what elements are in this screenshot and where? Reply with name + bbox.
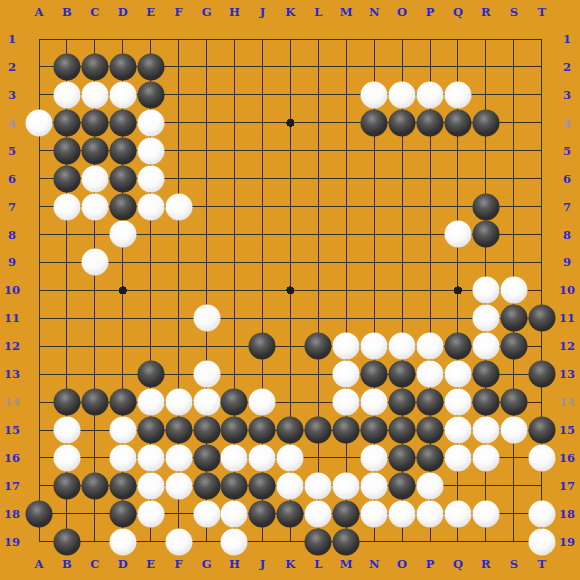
intersection-T15[interactable] [528, 416, 556, 444]
intersection-K5[interactable] [276, 137, 304, 165]
intersection-C17[interactable] [81, 472, 109, 500]
intersection-F15[interactable] [165, 416, 193, 444]
intersection-C4[interactable] [81, 109, 109, 137]
intersection-O10[interactable] [388, 276, 416, 304]
intersection-S1[interactable] [500, 25, 528, 53]
intersection-H16[interactable] [220, 444, 248, 472]
intersection-P1[interactable] [416, 25, 444, 53]
intersection-N7[interactable] [360, 193, 388, 221]
intersection-P16[interactable] [416, 444, 444, 472]
intersection-N16[interactable] [360, 444, 388, 472]
intersection-H14[interactable] [220, 388, 248, 416]
intersection-L5[interactable] [304, 137, 332, 165]
intersection-O19[interactable] [388, 528, 416, 556]
intersection-L13[interactable] [304, 360, 332, 388]
intersection-S5[interactable] [500, 137, 528, 165]
intersection-E3[interactable] [137, 81, 165, 109]
intersection-C6[interactable] [81, 165, 109, 193]
intersection-G14[interactable] [193, 388, 221, 416]
intersection-O3[interactable] [388, 81, 416, 109]
intersection-Q7[interactable] [444, 193, 472, 221]
intersection-J12[interactable] [248, 332, 276, 360]
intersection-J5[interactable] [248, 137, 276, 165]
intersection-L7[interactable] [304, 193, 332, 221]
intersection-T3[interactable] [528, 81, 556, 109]
intersection-D18[interactable] [109, 500, 137, 528]
intersection-A19[interactable] [25, 528, 53, 556]
intersection-J9[interactable] [248, 248, 276, 276]
intersection-N17[interactable] [360, 472, 388, 500]
intersection-A9[interactable] [25, 248, 53, 276]
intersection-N18[interactable] [360, 500, 388, 528]
intersection-P8[interactable] [416, 220, 444, 248]
intersection-R11[interactable] [472, 304, 500, 332]
intersection-Q12[interactable] [444, 332, 472, 360]
intersection-H17[interactable] [220, 472, 248, 500]
intersection-R5[interactable] [472, 137, 500, 165]
intersection-F11[interactable] [165, 304, 193, 332]
intersection-H5[interactable] [220, 137, 248, 165]
intersection-E6[interactable] [137, 165, 165, 193]
intersection-H4[interactable] [220, 109, 248, 137]
intersection-L15[interactable] [304, 416, 332, 444]
intersection-P18[interactable] [416, 500, 444, 528]
intersection-A12[interactable] [25, 332, 53, 360]
intersection-H18[interactable] [220, 500, 248, 528]
intersection-B18[interactable] [53, 500, 81, 528]
intersection-O8[interactable] [388, 220, 416, 248]
intersection-M8[interactable] [332, 220, 360, 248]
intersection-O15[interactable] [388, 416, 416, 444]
intersection-S6[interactable] [500, 165, 528, 193]
intersection-B1[interactable] [53, 25, 81, 53]
intersection-R19[interactable] [472, 528, 500, 556]
intersection-O17[interactable] [388, 472, 416, 500]
intersection-O14[interactable] [388, 388, 416, 416]
intersection-K11[interactable] [276, 304, 304, 332]
intersection-M12[interactable] [332, 332, 360, 360]
intersection-S14[interactable] [500, 388, 528, 416]
intersection-M9[interactable] [332, 248, 360, 276]
intersection-C3[interactable] [81, 81, 109, 109]
intersection-A11[interactable] [25, 304, 53, 332]
intersection-C15[interactable] [81, 416, 109, 444]
intersection-D2[interactable] [109, 53, 137, 81]
intersection-N12[interactable] [360, 332, 388, 360]
intersection-R7[interactable] [472, 193, 500, 221]
intersection-S10[interactable] [500, 276, 528, 304]
intersection-A18[interactable] [25, 500, 53, 528]
intersection-D3[interactable] [109, 81, 137, 109]
intersection-Q3[interactable] [444, 81, 472, 109]
intersection-G4[interactable] [193, 109, 221, 137]
intersection-M5[interactable] [332, 137, 360, 165]
intersection-D6[interactable] [109, 165, 137, 193]
intersection-N1[interactable] [360, 25, 388, 53]
intersection-E14[interactable] [137, 388, 165, 416]
intersection-C8[interactable] [81, 220, 109, 248]
intersection-P3[interactable] [416, 81, 444, 109]
intersection-B2[interactable] [53, 53, 81, 81]
intersection-J10[interactable] [248, 276, 276, 304]
intersection-Q10[interactable] [444, 276, 472, 304]
intersection-H2[interactable] [220, 53, 248, 81]
intersection-T4[interactable] [528, 109, 556, 137]
intersection-N5[interactable] [360, 137, 388, 165]
intersection-F14[interactable] [165, 388, 193, 416]
intersection-G15[interactable] [193, 416, 221, 444]
intersection-D5[interactable] [109, 137, 137, 165]
intersection-F1[interactable] [165, 25, 193, 53]
intersection-B3[interactable] [53, 81, 81, 109]
intersection-T5[interactable] [528, 137, 556, 165]
intersection-N6[interactable] [360, 165, 388, 193]
intersection-M6[interactable] [332, 165, 360, 193]
intersection-E5[interactable] [137, 137, 165, 165]
intersection-L14[interactable] [304, 388, 332, 416]
intersection-B9[interactable] [53, 248, 81, 276]
intersection-R3[interactable] [472, 81, 500, 109]
intersection-O7[interactable] [388, 193, 416, 221]
intersection-J18[interactable] [248, 500, 276, 528]
intersection-Q17[interactable] [444, 472, 472, 500]
intersection-E1[interactable] [137, 25, 165, 53]
intersection-M3[interactable] [332, 81, 360, 109]
intersection-A10[interactable] [25, 276, 53, 304]
intersection-K4[interactable] [276, 109, 304, 137]
intersection-L1[interactable] [304, 25, 332, 53]
intersection-S2[interactable] [500, 53, 528, 81]
intersection-H7[interactable] [220, 193, 248, 221]
intersection-Q18[interactable] [444, 500, 472, 528]
intersection-E18[interactable] [137, 500, 165, 528]
intersection-D12[interactable] [109, 332, 137, 360]
intersection-C14[interactable] [81, 388, 109, 416]
intersection-N9[interactable] [360, 248, 388, 276]
intersection-A13[interactable] [25, 360, 53, 388]
intersection-F8[interactable] [165, 220, 193, 248]
intersection-E2[interactable] [137, 53, 165, 81]
intersection-J17[interactable] [248, 472, 276, 500]
intersection-F2[interactable] [165, 53, 193, 81]
intersection-G13[interactable] [193, 360, 221, 388]
intersection-P5[interactable] [416, 137, 444, 165]
intersection-A8[interactable] [25, 220, 53, 248]
intersection-T7[interactable] [528, 193, 556, 221]
intersection-C10[interactable] [81, 276, 109, 304]
intersection-P9[interactable] [416, 248, 444, 276]
intersection-F10[interactable] [165, 276, 193, 304]
intersection-D10[interactable] [109, 276, 137, 304]
intersection-T8[interactable] [528, 220, 556, 248]
intersection-K7[interactable] [276, 193, 304, 221]
intersection-C12[interactable] [81, 332, 109, 360]
intersection-R9[interactable] [472, 248, 500, 276]
intersection-C9[interactable] [81, 248, 109, 276]
intersection-L6[interactable] [304, 165, 332, 193]
intersection-G17[interactable] [193, 472, 221, 500]
intersection-F5[interactable] [165, 137, 193, 165]
intersection-S11[interactable] [500, 304, 528, 332]
intersection-T10[interactable] [528, 276, 556, 304]
intersection-A4[interactable] [25, 109, 53, 137]
intersection-P7[interactable] [416, 193, 444, 221]
intersection-R10[interactable] [472, 276, 500, 304]
intersection-J8[interactable] [248, 220, 276, 248]
intersection-P14[interactable] [416, 388, 444, 416]
intersection-A2[interactable] [25, 53, 53, 81]
intersection-E16[interactable] [137, 444, 165, 472]
intersection-R14[interactable] [472, 388, 500, 416]
intersection-E19[interactable] [137, 528, 165, 556]
intersection-C2[interactable] [81, 53, 109, 81]
intersection-G7[interactable] [193, 193, 221, 221]
intersection-A16[interactable] [25, 444, 53, 472]
intersection-H8[interactable] [220, 220, 248, 248]
intersection-K1[interactable] [276, 25, 304, 53]
intersection-E4[interactable] [137, 109, 165, 137]
intersection-J7[interactable] [248, 193, 276, 221]
intersection-B17[interactable] [53, 472, 81, 500]
intersection-B4[interactable] [53, 109, 81, 137]
intersection-M7[interactable] [332, 193, 360, 221]
intersection-R15[interactable] [472, 416, 500, 444]
intersection-K2[interactable] [276, 53, 304, 81]
intersection-K18[interactable] [276, 500, 304, 528]
intersection-R2[interactable] [472, 53, 500, 81]
intersection-O12[interactable] [388, 332, 416, 360]
intersection-T1[interactable] [528, 25, 556, 53]
intersection-L16[interactable] [304, 444, 332, 472]
intersection-J1[interactable] [248, 25, 276, 53]
intersection-G9[interactable] [193, 248, 221, 276]
intersection-H15[interactable] [220, 416, 248, 444]
intersection-O6[interactable] [388, 165, 416, 193]
intersection-S12[interactable] [500, 332, 528, 360]
intersection-N3[interactable] [360, 81, 388, 109]
intersection-N14[interactable] [360, 388, 388, 416]
intersection-Q11[interactable] [444, 304, 472, 332]
intersection-J15[interactable] [248, 416, 276, 444]
intersection-P12[interactable] [416, 332, 444, 360]
intersection-Q4[interactable] [444, 109, 472, 137]
intersection-F6[interactable] [165, 165, 193, 193]
intersection-L12[interactable] [304, 332, 332, 360]
intersection-K8[interactable] [276, 220, 304, 248]
intersection-T2[interactable] [528, 53, 556, 81]
intersection-F9[interactable] [165, 248, 193, 276]
intersection-K14[interactable] [276, 388, 304, 416]
intersection-S17[interactable] [500, 472, 528, 500]
intersection-P2[interactable] [416, 53, 444, 81]
intersection-C13[interactable] [81, 360, 109, 388]
intersection-R4[interactable] [472, 109, 500, 137]
intersection-H11[interactable] [220, 304, 248, 332]
intersection-G2[interactable] [193, 53, 221, 81]
intersection-J2[interactable] [248, 53, 276, 81]
intersection-A3[interactable] [25, 81, 53, 109]
intersection-P19[interactable] [416, 528, 444, 556]
intersection-D19[interactable] [109, 528, 137, 556]
intersection-B15[interactable] [53, 416, 81, 444]
intersection-K6[interactable] [276, 165, 304, 193]
intersection-A15[interactable] [25, 416, 53, 444]
intersection-S8[interactable] [500, 220, 528, 248]
intersection-M10[interactable] [332, 276, 360, 304]
intersection-M18[interactable] [332, 500, 360, 528]
intersection-H13[interactable] [220, 360, 248, 388]
intersection-G1[interactable] [193, 25, 221, 53]
intersection-K3[interactable] [276, 81, 304, 109]
intersection-P15[interactable] [416, 416, 444, 444]
intersection-F16[interactable] [165, 444, 193, 472]
intersection-J6[interactable] [248, 165, 276, 193]
intersection-F19[interactable] [165, 528, 193, 556]
intersection-Q6[interactable] [444, 165, 472, 193]
intersection-O2[interactable] [388, 53, 416, 81]
intersection-M13[interactable] [332, 360, 360, 388]
intersection-H12[interactable] [220, 332, 248, 360]
intersection-N10[interactable] [360, 276, 388, 304]
intersection-P13[interactable] [416, 360, 444, 388]
intersection-M1[interactable] [332, 25, 360, 53]
intersection-G11[interactable] [193, 304, 221, 332]
intersection-J11[interactable] [248, 304, 276, 332]
intersection-M14[interactable] [332, 388, 360, 416]
intersection-J19[interactable] [248, 528, 276, 556]
intersection-H10[interactable] [220, 276, 248, 304]
intersection-P17[interactable] [416, 472, 444, 500]
intersection-L19[interactable] [304, 528, 332, 556]
intersection-B19[interactable] [53, 528, 81, 556]
intersection-L11[interactable] [304, 304, 332, 332]
intersection-L8[interactable] [304, 220, 332, 248]
intersection-G10[interactable] [193, 276, 221, 304]
intersection-N4[interactable] [360, 109, 388, 137]
intersection-M19[interactable] [332, 528, 360, 556]
intersection-K16[interactable] [276, 444, 304, 472]
intersection-S9[interactable] [500, 248, 528, 276]
intersection-F12[interactable] [165, 332, 193, 360]
intersection-L17[interactable] [304, 472, 332, 500]
intersection-E12[interactable] [137, 332, 165, 360]
intersection-S13[interactable] [500, 360, 528, 388]
intersection-R18[interactable] [472, 500, 500, 528]
intersection-D1[interactable] [109, 25, 137, 53]
intersection-T12[interactable] [528, 332, 556, 360]
intersection-D15[interactable] [109, 416, 137, 444]
intersection-B7[interactable] [53, 193, 81, 221]
intersection-G12[interactable] [193, 332, 221, 360]
intersection-C7[interactable] [81, 193, 109, 221]
intersection-L4[interactable] [304, 109, 332, 137]
intersection-S16[interactable] [500, 444, 528, 472]
intersection-O5[interactable] [388, 137, 416, 165]
intersection-R8[interactable] [472, 220, 500, 248]
intersection-K12[interactable] [276, 332, 304, 360]
intersection-R17[interactable] [472, 472, 500, 500]
intersection-S18[interactable] [500, 500, 528, 528]
intersection-S19[interactable] [500, 528, 528, 556]
intersection-M17[interactable] [332, 472, 360, 500]
intersection-T13[interactable] [528, 360, 556, 388]
intersection-C11[interactable] [81, 304, 109, 332]
intersection-E15[interactable] [137, 416, 165, 444]
intersection-A17[interactable] [25, 472, 53, 500]
intersection-O9[interactable] [388, 248, 416, 276]
intersection-R12[interactable] [472, 332, 500, 360]
intersection-N13[interactable] [360, 360, 388, 388]
intersection-F3[interactable] [165, 81, 193, 109]
intersection-F18[interactable] [165, 500, 193, 528]
intersection-J16[interactable] [248, 444, 276, 472]
intersection-Q15[interactable] [444, 416, 472, 444]
intersection-Q9[interactable] [444, 248, 472, 276]
intersection-A6[interactable] [25, 165, 53, 193]
intersection-J13[interactable] [248, 360, 276, 388]
intersection-Q14[interactable] [444, 388, 472, 416]
intersection-G19[interactable] [193, 528, 221, 556]
intersection-R1[interactable] [472, 25, 500, 53]
intersection-Q1[interactable] [444, 25, 472, 53]
intersection-E11[interactable] [137, 304, 165, 332]
intersection-C18[interactable] [81, 500, 109, 528]
intersection-D17[interactable] [109, 472, 137, 500]
intersection-B10[interactable] [53, 276, 81, 304]
intersection-A1[interactable] [25, 25, 53, 53]
intersection-N15[interactable] [360, 416, 388, 444]
intersection-D4[interactable] [109, 109, 137, 137]
intersection-O13[interactable] [388, 360, 416, 388]
intersection-H1[interactable] [220, 25, 248, 53]
intersection-B14[interactable] [53, 388, 81, 416]
intersection-R6[interactable] [472, 165, 500, 193]
intersection-H19[interactable] [220, 528, 248, 556]
intersection-L18[interactable] [304, 500, 332, 528]
intersection-C5[interactable] [81, 137, 109, 165]
intersection-K17[interactable] [276, 472, 304, 500]
intersection-P11[interactable] [416, 304, 444, 332]
intersection-O16[interactable] [388, 444, 416, 472]
intersection-K15[interactable] [276, 416, 304, 444]
intersection-B8[interactable] [53, 220, 81, 248]
intersection-N2[interactable] [360, 53, 388, 81]
intersection-P4[interactable] [416, 109, 444, 137]
intersection-S7[interactable] [500, 193, 528, 221]
intersection-B11[interactable] [53, 304, 81, 332]
intersection-G6[interactable] [193, 165, 221, 193]
intersection-T6[interactable] [528, 165, 556, 193]
intersection-B16[interactable] [53, 444, 81, 472]
intersection-E13[interactable] [137, 360, 165, 388]
intersection-Q19[interactable] [444, 528, 472, 556]
intersection-B5[interactable] [53, 137, 81, 165]
intersection-O4[interactable] [388, 109, 416, 137]
intersection-T9[interactable] [528, 248, 556, 276]
intersection-R16[interactable] [472, 444, 500, 472]
intersection-D8[interactable] [109, 220, 137, 248]
intersection-S4[interactable] [500, 109, 528, 137]
intersection-B12[interactable] [53, 332, 81, 360]
intersection-Q8[interactable] [444, 220, 472, 248]
intersection-A7[interactable] [25, 193, 53, 221]
intersection-L2[interactable] [304, 53, 332, 81]
intersection-E10[interactable] [137, 276, 165, 304]
intersection-M16[interactable] [332, 444, 360, 472]
intersection-M4[interactable] [332, 109, 360, 137]
intersection-T14[interactable] [528, 388, 556, 416]
intersection-S15[interactable] [500, 416, 528, 444]
